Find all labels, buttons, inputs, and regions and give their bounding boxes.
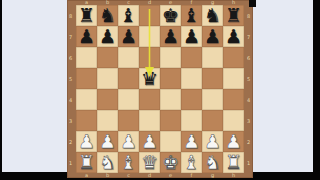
square-h7[interactable]: ♟ — [223, 26, 244, 47]
white-pawn-g2: ♟ — [204, 131, 221, 152]
rank-label-left-3: 3 — [69, 118, 72, 123]
white-king-e1: ♚ — [162, 152, 179, 173]
file-label-bottom-d: d — [148, 173, 151, 178]
square-a6[interactable] — [76, 47, 97, 68]
file-label-bottom-f: f — [191, 173, 193, 178]
black-king-e8: ♚ — [162, 5, 179, 26]
file-label-bottom-e: e — [169, 173, 172, 178]
white-pawn-h2: ♟ — [225, 131, 242, 152]
square-f3[interactable] — [181, 110, 202, 131]
rank-label-right-1: 1 — [247, 160, 250, 165]
square-d6[interactable] — [139, 47, 160, 68]
square-f2[interactable]: ♟ — [181, 131, 202, 152]
square-g5[interactable] — [202, 68, 223, 89]
rank-label-right-8: 8 — [247, 13, 250, 18]
square-c7[interactable]: ♟ — [118, 26, 139, 47]
rank-label-right-4: 4 — [247, 97, 250, 102]
square-a2[interactable]: ♟ — [76, 131, 97, 152]
square-h3[interactable] — [223, 110, 244, 131]
black-pawn-h7: ♟ — [225, 26, 242, 47]
square-h8[interactable]: ♜ — [223, 5, 244, 26]
square-b4[interactable] — [97, 89, 118, 110]
square-a8[interactable]: ♜ — [76, 5, 97, 26]
square-e7[interactable]: ♟ — [160, 26, 181, 47]
square-d8[interactable] — [139, 5, 160, 26]
rank-label-left-1: 1 — [69, 160, 72, 165]
square-h1[interactable]: ♜ — [223, 152, 244, 173]
square-f1[interactable]: ♝ — [181, 152, 202, 173]
black-bishop-f8: ♝ — [183, 5, 200, 26]
file-label-top-a: a — [85, 0, 88, 5]
square-f8[interactable]: ♝ — [181, 5, 202, 26]
rank-label-left-7: 7 — [69, 34, 72, 39]
rank-label-left-8: 8 — [69, 13, 72, 18]
file-label-top-d: d — [148, 0, 151, 5]
file-label-top-f: f — [191, 0, 193, 5]
file-label-bottom-b: b — [106, 173, 109, 178]
square-b7[interactable]: ♟ — [97, 26, 118, 47]
square-g6[interactable] — [202, 47, 223, 68]
square-d7[interactable] — [139, 26, 160, 47]
file-label-bottom-c: c — [127, 173, 130, 178]
square-g4[interactable] — [202, 89, 223, 110]
white-queen-d1: ♛ — [141, 152, 158, 173]
black-rook-a8: ♜ — [78, 5, 95, 26]
black-pawn-f7: ♟ — [183, 26, 200, 47]
rank-label-right-2: 2 — [247, 139, 250, 144]
black-pawn-e7: ♟ — [162, 26, 179, 47]
file-label-bottom-a: a — [85, 173, 88, 178]
square-e4[interactable] — [160, 89, 181, 110]
rank-label-left-4: 4 — [69, 97, 72, 102]
square-g3[interactable] — [202, 110, 223, 131]
square-a5[interactable] — [76, 68, 97, 89]
white-pawn-c2: ♟ — [120, 131, 137, 152]
video-frame: ♜♞♝♚♝♞♜♟♟♟♟♟♟♟♛♟♟♟♟♟♟♟♜♞♝♛♚♝♞♜ aabbccdde… — [0, 0, 320, 180]
square-h6[interactable] — [223, 47, 244, 68]
file-label-top-h: h — [232, 0, 235, 5]
white-bishop-c1: ♝ — [120, 152, 137, 173]
chess-board[interactable]: ♜♞♝♚♝♞♜♟♟♟♟♟♟♟♛♟♟♟♟♟♟♟♜♞♝♛♚♝♞♜ aabbccdde… — [67, 0, 253, 178]
white-bishop-f1: ♝ — [183, 152, 200, 173]
square-f5[interactable] — [181, 68, 202, 89]
square-e8[interactable]: ♚ — [160, 5, 181, 26]
square-d5[interactable]: ♛ — [139, 68, 160, 89]
square-e5[interactable] — [160, 68, 181, 89]
square-h2[interactable]: ♟ — [223, 131, 244, 152]
square-d3[interactable] — [139, 110, 160, 131]
white-pawn-d2: ♟ — [141, 131, 158, 152]
file-label-top-b: b — [106, 0, 109, 5]
square-h4[interactable] — [223, 89, 244, 110]
white-knight-b1: ♞ — [99, 152, 116, 173]
square-b8[interactable]: ♞ — [97, 5, 118, 26]
square-b5[interactable] — [97, 68, 118, 89]
white-pawn-f2: ♟ — [183, 131, 200, 152]
square-c1[interactable]: ♝ — [118, 152, 139, 173]
black-rook-h8: ♜ — [225, 5, 242, 26]
square-f4[interactable] — [181, 89, 202, 110]
black-pawn-c7: ♟ — [120, 26, 137, 47]
black-knight-b8: ♞ — [99, 5, 116, 26]
white-pawn-a2: ♟ — [78, 131, 95, 152]
file-label-top-c: c — [127, 0, 130, 5]
square-c3[interactable] — [118, 110, 139, 131]
square-c4[interactable] — [118, 89, 139, 110]
square-c8[interactable]: ♝ — [118, 5, 139, 26]
black-knight-g8: ♞ — [204, 5, 221, 26]
white-knight-g1: ♞ — [204, 152, 221, 173]
square-d4[interactable] — [139, 89, 160, 110]
file-label-bottom-h: h — [232, 173, 235, 178]
rank-label-right-3: 3 — [247, 118, 250, 123]
square-e3[interactable] — [160, 110, 181, 131]
rank-label-left-5: 5 — [69, 76, 72, 81]
square-g1[interactable]: ♞ — [202, 152, 223, 173]
square-h5[interactable] — [223, 68, 244, 89]
file-label-top-e: e — [169, 0, 172, 5]
rank-label-left-2: 2 — [69, 139, 72, 144]
square-b6[interactable] — [97, 47, 118, 68]
square-g2[interactable]: ♟ — [202, 131, 223, 152]
square-c2[interactable]: ♟ — [118, 131, 139, 152]
black-pawn-g7: ♟ — [204, 26, 221, 47]
square-b3[interactable] — [97, 110, 118, 131]
square-a4[interactable] — [76, 89, 97, 110]
file-label-bottom-g: g — [211, 173, 214, 178]
square-g8[interactable]: ♞ — [202, 5, 223, 26]
square-e2[interactable] — [160, 131, 181, 152]
rank-label-right-6: 6 — [247, 55, 250, 60]
white-pawn-b2: ♟ — [99, 131, 116, 152]
square-f7[interactable]: ♟ — [181, 26, 202, 47]
square-a3[interactable] — [76, 110, 97, 131]
square-b2[interactable]: ♟ — [97, 131, 118, 152]
square-c6[interactable] — [118, 47, 139, 68]
black-pawn-b7: ♟ — [99, 26, 116, 47]
rank-label-left-6: 6 — [69, 55, 72, 60]
black-pawn-a7: ♟ — [78, 26, 95, 47]
square-e1[interactable]: ♚ — [160, 152, 181, 173]
white-rook-h1: ♜ — [225, 152, 242, 173]
black-bishop-c8: ♝ — [120, 5, 137, 26]
square-e6[interactable] — [160, 47, 181, 68]
board-squares: ♜♞♝♚♝♞♜♟♟♟♟♟♟♟♛♟♟♟♟♟♟♟♜♞♝♛♚♝♞♜ — [76, 5, 244, 173]
square-b1[interactable]: ♞ — [97, 152, 118, 173]
square-d1[interactable]: ♛ — [139, 152, 160, 173]
square-a7[interactable]: ♟ — [76, 26, 97, 47]
black-queen-d5: ♛ — [141, 68, 158, 89]
square-d2[interactable]: ♟ — [139, 131, 160, 152]
file-label-top-g: g — [211, 0, 214, 5]
square-f6[interactable] — [181, 47, 202, 68]
white-rook-a1: ♜ — [78, 152, 95, 173]
rank-label-right-7: 7 — [247, 34, 250, 39]
square-g7[interactable]: ♟ — [202, 26, 223, 47]
square-c5[interactable] — [118, 68, 139, 89]
corner-mark — [249, 0, 256, 7]
square-a1[interactable]: ♜ — [76, 152, 97, 173]
rank-label-right-5: 5 — [247, 76, 250, 81]
